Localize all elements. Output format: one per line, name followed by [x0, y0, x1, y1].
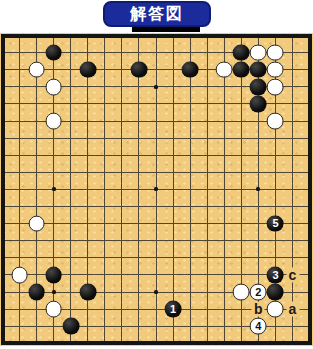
- white-stone: [28, 215, 45, 232]
- board-edge-bottom: [1, 341, 312, 345]
- white-stone: [45, 78, 62, 95]
- board-label-c: c: [286, 267, 299, 282]
- black-stone: [28, 284, 45, 301]
- board-edge-left: [1, 34, 5, 346]
- move-number: 3: [272, 269, 278, 280]
- grid-line-h: [3, 223, 310, 224]
- black-stone-move-3: 3: [267, 266, 284, 283]
- white-stone-move-2: 2: [250, 284, 267, 301]
- star-point: [154, 85, 158, 89]
- board-edge-top: [1, 34, 312, 38]
- star-point: [154, 187, 158, 191]
- black-stone: [62, 318, 79, 335]
- page: 解答図 abc53214: [0, 0, 313, 349]
- title-shadow: [132, 27, 200, 32]
- black-stone: [250, 78, 267, 95]
- white-stone: [216, 61, 233, 78]
- page-title: 解答図: [103, 1, 211, 27]
- star-point: [52, 290, 56, 294]
- black-stone: [131, 61, 148, 78]
- black-stone-move-5: 5: [267, 215, 284, 232]
- white-stone: [267, 301, 284, 318]
- white-stone: [11, 266, 28, 283]
- black-stone: [250, 61, 267, 78]
- white-stone: [45, 301, 62, 318]
- black-stone: [79, 284, 96, 301]
- board-edge-right: [308, 34, 312, 346]
- black-stone: [233, 61, 250, 78]
- move-number: 1: [170, 304, 176, 315]
- grid-line-h: [3, 257, 310, 258]
- star-point: [256, 187, 260, 191]
- grid-line-v: [292, 36, 293, 344]
- star-point: [154, 290, 158, 294]
- white-stone: [45, 113, 62, 130]
- grid-line-v: [224, 36, 225, 344]
- board-label-a: a: [286, 302, 299, 317]
- white-stone: [267, 61, 284, 78]
- go-board: abc53214: [0, 33, 313, 346]
- move-number: 2: [255, 286, 261, 297]
- white-stone: [267, 113, 284, 130]
- white-stone: [267, 44, 284, 61]
- black-stone: [233, 44, 250, 61]
- grid-line-v: [173, 36, 174, 344]
- grid-line-v: [207, 36, 208, 344]
- white-stone: [233, 284, 250, 301]
- black-stone: [182, 61, 199, 78]
- black-stone: [267, 284, 284, 301]
- black-stone: [250, 95, 267, 112]
- white-stone: [28, 61, 45, 78]
- grid-line-v: [190, 36, 191, 344]
- white-stone: [267, 78, 284, 95]
- grid-line-h: [3, 206, 310, 207]
- black-stone: [45, 44, 62, 61]
- white-stone: [250, 44, 267, 61]
- black-stone: [79, 61, 96, 78]
- black-stone-move-1: 1: [165, 301, 182, 318]
- move-number: 5: [272, 218, 278, 229]
- black-stone: [45, 266, 62, 283]
- board-label-b: b: [252, 302, 265, 317]
- white-stone-move-4: 4: [250, 318, 267, 335]
- move-number: 4: [255, 321, 261, 332]
- grid-line-h: [3, 240, 310, 241]
- star-point: [52, 187, 56, 191]
